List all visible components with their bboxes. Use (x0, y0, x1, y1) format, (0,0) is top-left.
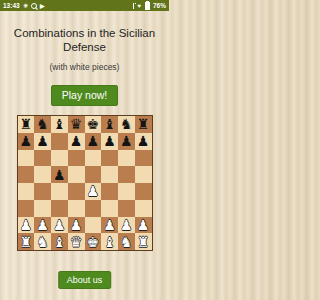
square-b4 (34, 183, 51, 200)
white-pawn: ♟ (137, 218, 150, 232)
white-pawn: ♟ (70, 218, 83, 232)
square-c8: ♝ (51, 116, 68, 133)
battery-icon (145, 2, 150, 10)
white-queen: ♛ (70, 235, 83, 249)
square-e8: ♚ (85, 116, 102, 133)
square-g8: ♞ (118, 116, 135, 133)
black-pawn: ♟ (87, 134, 100, 148)
square-e5 (85, 166, 102, 183)
square-h7: ♟ (135, 133, 152, 150)
square-e2 (85, 217, 102, 234)
square-g5 (118, 166, 135, 183)
black-pawn: ♟ (70, 134, 83, 148)
square-h2: ♟ (135, 217, 152, 234)
square-h8: ♜ (135, 116, 152, 133)
square-g2: ♟ (118, 217, 135, 234)
square-g4 (118, 183, 135, 200)
white-pawn: ♟ (53, 218, 66, 232)
status-bar: 13:43 ☀ ▶ ♥ 76% (0, 0, 169, 11)
status-bar-left: 13:43 ☀ ▶ (3, 0, 45, 11)
square-a5 (18, 166, 35, 183)
square-f5 (101, 166, 118, 183)
black-pawn: ♟ (36, 134, 49, 148)
square-a1: ♜ (18, 233, 35, 250)
black-rook: ♜ (20, 117, 33, 131)
clock-time: 13:43 (3, 0, 20, 11)
play-icon: ▶ (40, 3, 45, 9)
square-b1: ♞ (34, 233, 51, 250)
battery-percent: 76% (153, 0, 166, 11)
square-d6 (68, 150, 85, 167)
square-g6 (118, 150, 135, 167)
square-h5 (135, 166, 152, 183)
square-f4 (101, 183, 118, 200)
white-bishop: ♝ (53, 235, 66, 249)
square-e7: ♟ (85, 133, 102, 150)
status-bar-right: ♥ 76% (133, 0, 166, 11)
black-knight: ♞ (120, 117, 133, 131)
square-h3 (135, 200, 152, 217)
square-d5 (68, 166, 85, 183)
square-f3 (101, 200, 118, 217)
square-c1: ♝ (51, 233, 68, 250)
square-a8: ♜ (18, 116, 35, 133)
about-us-button[interactable]: About us (58, 271, 112, 289)
chess-board: ♜♞♝♛♚♝♞♜♟♟♟♟♟♟♟♟♟♟♟♟♟♟♟♟♜♞♝♛♚♝♞♜ (17, 115, 153, 251)
square-d8: ♛ (68, 116, 85, 133)
square-b2: ♟ (34, 217, 51, 234)
square-h1: ♜ (135, 233, 152, 250)
square-a4 (18, 183, 35, 200)
square-d2: ♟ (68, 217, 85, 234)
white-knight: ♞ (120, 235, 133, 249)
page-subtitle: (with white pieces) (0, 62, 169, 72)
white-pawn: ♟ (87, 184, 100, 198)
black-rook: ♜ (137, 117, 150, 131)
square-e1: ♚ (85, 233, 102, 250)
black-queen: ♛ (70, 117, 83, 131)
white-bishop: ♝ (103, 235, 116, 249)
square-b6 (34, 150, 51, 167)
square-d4 (68, 183, 85, 200)
square-c7 (51, 133, 68, 150)
white-king: ♚ (87, 235, 100, 249)
square-d3 (68, 200, 85, 217)
square-c5: ♟ (51, 166, 68, 183)
square-e4: ♟ (85, 183, 102, 200)
search-icon (31, 3, 37, 9)
black-pawn: ♟ (53, 168, 66, 182)
square-a3 (18, 200, 35, 217)
black-king: ♚ (87, 117, 100, 131)
white-pawn: ♟ (120, 218, 133, 232)
square-c3 (51, 200, 68, 217)
play-now-button[interactable]: Play now! (51, 85, 119, 106)
square-f6 (101, 150, 118, 167)
square-c6 (51, 150, 68, 167)
square-b5 (34, 166, 51, 183)
black-knight: ♞ (36, 117, 49, 131)
square-c4 (51, 183, 68, 200)
black-pawn: ♟ (20, 134, 33, 148)
square-a2: ♟ (18, 217, 35, 234)
sim-icon (133, 3, 135, 9)
square-b3 (34, 200, 51, 217)
square-a7: ♟ (18, 133, 35, 150)
white-pawn: ♟ (20, 218, 33, 232)
square-f2: ♟ (101, 217, 118, 234)
square-a6 (18, 150, 35, 167)
square-b8: ♞ (34, 116, 51, 133)
square-f7: ♟ (101, 133, 118, 150)
page-title: Combinations in the Sicilian Defense (10, 26, 159, 54)
brightness-icon: ☀ (23, 3, 28, 9)
square-c2: ♟ (51, 217, 68, 234)
black-bishop: ♝ (103, 117, 116, 131)
square-e6 (85, 150, 102, 167)
square-f8: ♝ (101, 116, 118, 133)
black-pawn: ♟ (103, 134, 116, 148)
black-bishop: ♝ (53, 117, 66, 131)
square-f1: ♝ (101, 233, 118, 250)
white-knight: ♞ (36, 235, 49, 249)
heart-icon: ♥ (137, 3, 141, 9)
white-rook: ♜ (20, 235, 33, 249)
square-e3 (85, 200, 102, 217)
black-pawn: ♟ (137, 134, 150, 148)
square-h4 (135, 183, 152, 200)
square-g1: ♞ (118, 233, 135, 250)
white-pawn: ♟ (36, 218, 49, 232)
square-h6 (135, 150, 152, 167)
square-g3 (118, 200, 135, 217)
black-pawn: ♟ (120, 134, 133, 148)
white-rook: ♜ (137, 235, 150, 249)
square-b7: ♟ (34, 133, 51, 150)
white-pawn: ♟ (103, 218, 116, 232)
square-d1: ♛ (68, 233, 85, 250)
square-d7: ♟ (68, 133, 85, 150)
square-g7: ♟ (118, 133, 135, 150)
